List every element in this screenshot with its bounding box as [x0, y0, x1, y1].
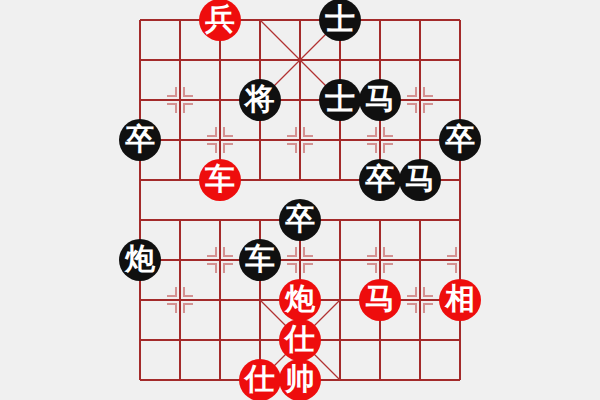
board-point-2-0[interactable]: 兵	[200, 0, 240, 40]
board-point-4-4[interactable]	[280, 160, 320, 200]
piece-black-soldier[interactable]: 卒	[279, 199, 321, 241]
board-point-4-9[interactable]: 帅	[280, 360, 320, 400]
piece-black-advisor[interactable]: 士	[319, 79, 361, 121]
board-point-8-3[interactable]: 卒	[440, 120, 480, 160]
board-point-4-7[interactable]: 炮	[280, 280, 320, 320]
piece-black-soldier[interactable]: 卒	[359, 159, 401, 201]
board-point-8-9[interactable]	[440, 360, 480, 400]
board-point-2-2[interactable]	[200, 80, 240, 120]
board-point-6-7[interactable]: 马	[360, 280, 400, 320]
board-point-7-9[interactable]	[400, 360, 440, 400]
piece-black-general[interactable]: 将	[239, 79, 281, 121]
board-point-3-5[interactable]	[240, 200, 280, 240]
board-point-1-9[interactable]	[160, 360, 200, 400]
piece-red-advisor[interactable]: 仕	[239, 359, 281, 400]
board-point-7-6[interactable]	[400, 240, 440, 280]
piece-black-cannon[interactable]: 炮	[119, 239, 161, 281]
board-point-3-7[interactable]	[240, 280, 280, 320]
board-point-2-3[interactable]	[200, 120, 240, 160]
board-point-1-2[interactable]	[160, 80, 200, 120]
board-point-7-2[interactable]	[400, 80, 440, 120]
board-point-0-4[interactable]	[120, 160, 160, 200]
board-point-2-8[interactable]	[200, 320, 240, 360]
board-point-4-1[interactable]	[280, 40, 320, 80]
board-point-0-0[interactable]	[120, 0, 160, 40]
board-point-2-9[interactable]	[200, 360, 240, 400]
board-point-2-6[interactable]	[200, 240, 240, 280]
piece-red-cannon[interactable]: 炮	[279, 279, 321, 321]
board-point-1-3[interactable]	[160, 120, 200, 160]
board-point-4-2[interactable]	[280, 80, 320, 120]
board-point-1-6[interactable]	[160, 240, 200, 280]
piece-black-advisor[interactable]: 士	[319, 0, 361, 41]
piece-red-soldier[interactable]: 兵	[199, 0, 241, 41]
piece-black-soldier[interactable]: 卒	[119, 119, 161, 161]
piece-red-chariot[interactable]: 车	[199, 159, 241, 201]
piece-red-advisor[interactable]: 仕	[279, 319, 321, 361]
board-point-5-3[interactable]	[320, 120, 360, 160]
board-point-3-2[interactable]: 将	[240, 80, 280, 120]
board-point-5-6[interactable]	[320, 240, 360, 280]
board-point-0-9[interactable]	[120, 360, 160, 400]
board-point-1-5[interactable]	[160, 200, 200, 240]
board-point-7-8[interactable]	[400, 320, 440, 360]
board-point-1-7[interactable]	[160, 280, 200, 320]
board-point-1-4[interactable]	[160, 160, 200, 200]
piece-black-horse[interactable]: 马	[399, 159, 441, 201]
board-point-1-1[interactable]	[160, 40, 200, 80]
board-point-6-8[interactable]	[360, 320, 400, 360]
board-point-7-7[interactable]	[400, 280, 440, 320]
board-point-7-1[interactable]	[400, 40, 440, 80]
board-point-6-1[interactable]	[360, 40, 400, 80]
piece-red-elephant[interactable]: 相	[439, 279, 481, 321]
piece-black-soldier[interactable]: 卒	[439, 119, 481, 161]
board-point-8-4[interactable]	[440, 160, 480, 200]
board-point-5-5[interactable]	[320, 200, 360, 240]
board-point-4-0[interactable]	[280, 0, 320, 40]
board-point-0-6[interactable]: 炮	[120, 240, 160, 280]
board-point-6-3[interactable]	[360, 120, 400, 160]
board-point-2-5[interactable]	[200, 200, 240, 240]
board-point-8-0[interactable]	[440, 0, 480, 40]
board-point-4-6[interactable]	[280, 240, 320, 280]
board-point-3-3[interactable]	[240, 120, 280, 160]
board-point-5-4[interactable]	[320, 160, 360, 200]
piece-black-horse[interactable]: 马	[359, 79, 401, 121]
board-point-8-5[interactable]	[440, 200, 480, 240]
board-point-2-7[interactable]	[200, 280, 240, 320]
piece-red-general[interactable]: 帅	[279, 359, 321, 400]
board-point-3-6[interactable]: 车	[240, 240, 280, 280]
board-point-5-9[interactable]	[320, 360, 360, 400]
board-point-3-0[interactable]	[240, 0, 280, 40]
board-point-6-5[interactable]	[360, 200, 400, 240]
board-point-0-8[interactable]	[120, 320, 160, 360]
board-point-0-1[interactable]	[120, 40, 160, 80]
board-point-2-4[interactable]: 车	[200, 160, 240, 200]
board-point-1-0[interactable]	[160, 0, 200, 40]
board-point-8-8[interactable]	[440, 320, 480, 360]
board-point-6-4[interactable]: 卒	[360, 160, 400, 200]
board-point-3-4[interactable]	[240, 160, 280, 200]
board-point-1-8[interactable]	[160, 320, 200, 360]
board-point-5-1[interactable]	[320, 40, 360, 80]
board-point-6-9[interactable]	[360, 360, 400, 400]
board-point-6-2[interactable]: 马	[360, 80, 400, 120]
board-point-0-3[interactable]: 卒	[120, 120, 160, 160]
board-point-3-9[interactable]: 仕	[240, 360, 280, 400]
board-point-7-3[interactable]	[400, 120, 440, 160]
board-point-7-4[interactable]: 马	[400, 160, 440, 200]
board-point-0-7[interactable]	[120, 280, 160, 320]
board-point-8-1[interactable]	[440, 40, 480, 80]
board-point-5-7[interactable]	[320, 280, 360, 320]
board-point-8-7[interactable]: 相	[440, 280, 480, 320]
board-point-5-2[interactable]: 士	[320, 80, 360, 120]
board-point-4-8[interactable]: 仕	[280, 320, 320, 360]
board-point-3-1[interactable]	[240, 40, 280, 80]
board-point-4-5[interactable]: 卒	[280, 200, 320, 240]
board-point-0-2[interactable]	[120, 80, 160, 120]
board-point-7-5[interactable]	[400, 200, 440, 240]
board-point-4-3[interactable]	[280, 120, 320, 160]
xiangqi-board: 兵士将士马卒卒车卒马卒炮车炮马相仕仕帅	[120, 0, 480, 400]
board-point-3-8[interactable]	[240, 320, 280, 360]
board-point-5-0[interactable]: 士	[320, 0, 360, 40]
board-point-8-2[interactable]	[440, 80, 480, 120]
piece-black-chariot[interactable]: 车	[239, 239, 281, 281]
board-point-8-6[interactable]	[440, 240, 480, 280]
piece-red-horse[interactable]: 马	[359, 279, 401, 321]
xiangqi-app: 兵士将士马卒卒车卒马卒炮车炮马相仕仕帅	[0, 0, 600, 400]
board-point-0-5[interactable]	[120, 200, 160, 240]
board-point-5-8[interactable]	[320, 320, 360, 360]
board-point-6-6[interactable]	[360, 240, 400, 280]
board-point-2-1[interactable]	[200, 40, 240, 80]
board-point-6-0[interactable]	[360, 0, 400, 40]
board-point-7-0[interactable]	[400, 0, 440, 40]
